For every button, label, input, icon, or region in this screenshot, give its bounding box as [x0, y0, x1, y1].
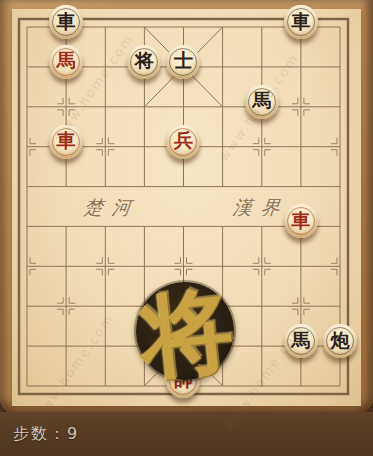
piece-red-f1-r1[interactable]: 馬 [49, 45, 83, 79]
piece-black-f6-r2[interactable]: 馬 [245, 85, 279, 119]
piece-glyph: 車 [57, 131, 76, 150]
piece-glyph: 士 [174, 51, 193, 70]
piece-glyph: 車 [291, 12, 310, 31]
piece-red-f1-r3[interactable]: 車 [49, 125, 83, 159]
piece-glyph: 炮 [330, 331, 349, 350]
piece-black-f3-r1[interactable]: 将 [127, 45, 161, 79]
piece-glyph: 馬 [57, 51, 76, 70]
piece-black-f8-r8[interactable]: 炮 [323, 324, 357, 358]
game-screen: 楚河 漢界 車車馬将士馬車兵車馬炮帥 将 www.home.com www.ho… [0, 0, 373, 456]
piece-glyph: 将 [135, 51, 154, 70]
piece-red-f4-r3[interactable]: 兵 [166, 125, 200, 159]
piece-glyph: 馬 [291, 331, 310, 350]
piece-red-f4-r9[interactable]: 帥 [166, 364, 200, 398]
status-bar: 步数：9 [0, 412, 373, 456]
board-grid: 車車馬将士馬車兵車馬炮帥 [7, 7, 359, 406]
step-counter: 步数：9 [13, 424, 79, 445]
piece-glyph: 馬 [252, 91, 271, 110]
piece-black-f7-r0[interactable]: 車 [284, 5, 318, 39]
piece-glyph: 車 [57, 12, 76, 31]
piece-glyph: 帥 [174, 370, 193, 389]
piece-black-f1-r0[interactable]: 車 [49, 5, 83, 39]
piece-red-f7-r5[interactable]: 車 [284, 204, 318, 238]
piece-black-f4-r1[interactable]: 士 [166, 45, 200, 79]
piece-black-f7-r8[interactable]: 馬 [284, 324, 318, 358]
piece-glyph: 車 [291, 211, 310, 230]
piece-glyph: 兵 [174, 131, 193, 150]
